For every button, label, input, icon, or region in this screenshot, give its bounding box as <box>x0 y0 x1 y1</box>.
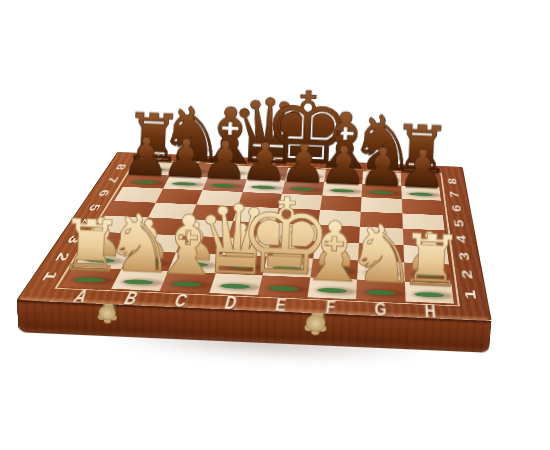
rank-label-right-8: 8 <box>432 168 474 195</box>
chess-board: AABBCCDDEEFFGGHH1122334455667788 ♜♞♝♛♚♝♞… <box>17 152 492 321</box>
brass-clasp-left <box>97 287 117 325</box>
clasp-plate-icon <box>306 315 326 332</box>
file-label-back-d: D <box>248 151 292 176</box>
white-rook-icon: ♜ <box>372 224 489 300</box>
brass-clasp-right <box>304 294 327 337</box>
file-label-back-e: E <box>286 152 328 177</box>
file-label-back-g: G <box>363 155 401 180</box>
perspective-scene: AABBCCDDEEFFGGHH1122334455667788 ♜♞♝♛♚♝♞… <box>0 0 550 450</box>
file-label-back-f: F <box>324 154 363 179</box>
product-photo: AABBCCDDEEFFGGHH1122334455667788 ♜♞♝♛♚♝♞… <box>0 0 550 450</box>
clasp-plate-icon <box>99 306 116 321</box>
